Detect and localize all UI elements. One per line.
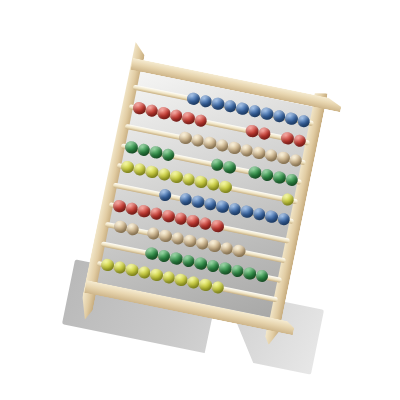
bead-green[interactable] bbox=[255, 269, 270, 284]
bead-green[interactable] bbox=[161, 147, 176, 162]
bead-yellow[interactable] bbox=[132, 162, 147, 177]
bead-green[interactable] bbox=[136, 142, 151, 157]
bead-red[interactable] bbox=[185, 214, 200, 229]
bead-red[interactable] bbox=[173, 211, 188, 226]
bead-green[interactable] bbox=[144, 246, 159, 261]
bead-natural[interactable] bbox=[215, 138, 230, 153]
bead-natural[interactable] bbox=[227, 141, 242, 156]
bead-blue[interactable] bbox=[211, 96, 226, 111]
bead-blue[interactable] bbox=[223, 99, 238, 114]
bead-gap bbox=[224, 288, 274, 299]
bead-green[interactable] bbox=[218, 261, 233, 276]
bead-yellow[interactable] bbox=[120, 160, 135, 175]
bead-natural[interactable] bbox=[158, 229, 173, 244]
bead-blue[interactable] bbox=[215, 199, 230, 214]
bead-blue[interactable] bbox=[186, 91, 201, 106]
bead-natural[interactable] bbox=[232, 244, 247, 259]
bead-red[interactable] bbox=[257, 126, 272, 141]
photo-canvas bbox=[0, 0, 400, 400]
bead-green[interactable] bbox=[124, 140, 139, 155]
bead-natural[interactable] bbox=[264, 148, 279, 163]
bead-blue[interactable] bbox=[158, 188, 173, 203]
bead-yellow[interactable] bbox=[137, 265, 152, 280]
bead-natural[interactable] bbox=[146, 226, 161, 241]
bead-red[interactable] bbox=[132, 101, 147, 116]
bead-blue[interactable] bbox=[252, 207, 267, 222]
bead-natural[interactable] bbox=[170, 231, 185, 246]
bead-blue[interactable] bbox=[203, 197, 218, 212]
bead-yellow[interactable] bbox=[210, 280, 225, 295]
bead-yellow[interactable] bbox=[100, 258, 115, 273]
bead-green[interactable] bbox=[248, 165, 263, 180]
bead-yellow[interactable] bbox=[169, 170, 184, 185]
bead-natural[interactable] bbox=[219, 241, 234, 256]
bead-yellow[interactable] bbox=[157, 167, 172, 182]
bead-yellow[interactable] bbox=[206, 177, 221, 192]
bead-natural[interactable] bbox=[239, 143, 254, 158]
bead-gap bbox=[129, 126, 179, 137]
bead-blue[interactable] bbox=[240, 204, 255, 219]
bead-green[interactable] bbox=[206, 259, 221, 274]
bead-red[interactable] bbox=[136, 204, 151, 219]
board-inner-background bbox=[97, 72, 312, 318]
bead-natural[interactable] bbox=[183, 234, 198, 249]
bead-red[interactable] bbox=[210, 219, 225, 234]
bead-green[interactable] bbox=[181, 254, 196, 269]
bead-natural[interactable] bbox=[190, 133, 205, 148]
abacus-board bbox=[83, 57, 327, 332]
bead-yellow[interactable] bbox=[173, 273, 188, 288]
bead-gap bbox=[231, 188, 281, 199]
bead-yellow[interactable] bbox=[144, 165, 159, 180]
bead-natural[interactable] bbox=[276, 151, 291, 166]
bead-red[interactable] bbox=[144, 103, 159, 118]
bead-red[interactable] bbox=[124, 201, 139, 216]
bead-red[interactable] bbox=[198, 216, 213, 231]
bead-blue[interactable] bbox=[260, 106, 275, 121]
bead-natural[interactable] bbox=[252, 146, 267, 161]
bead-yellow[interactable] bbox=[149, 268, 164, 283]
bead-green[interactable] bbox=[272, 170, 287, 185]
bead-natural[interactable] bbox=[203, 136, 218, 151]
bead-natural[interactable] bbox=[207, 239, 222, 254]
bead-blue[interactable] bbox=[264, 209, 279, 224]
bead-red[interactable] bbox=[280, 131, 295, 146]
bead-red[interactable] bbox=[112, 199, 127, 214]
bead-yellow[interactable] bbox=[112, 260, 127, 275]
bead-green[interactable] bbox=[148, 145, 163, 160]
bead-green[interactable] bbox=[222, 160, 237, 175]
bead-blue[interactable] bbox=[178, 192, 193, 207]
bead-blue[interactable] bbox=[235, 101, 250, 116]
bead-green[interactable] bbox=[210, 157, 225, 172]
bead-red[interactable] bbox=[169, 108, 184, 123]
bead-yellow[interactable] bbox=[198, 278, 213, 293]
bead-natural[interactable] bbox=[113, 219, 128, 234]
bead-red[interactable] bbox=[149, 206, 164, 221]
bead-blue[interactable] bbox=[198, 94, 213, 109]
bead-green[interactable] bbox=[260, 168, 275, 183]
bead-blue[interactable] bbox=[284, 111, 299, 126]
bead-blue[interactable] bbox=[247, 104, 262, 119]
bead-natural[interactable] bbox=[178, 131, 193, 146]
bead-blue[interactable] bbox=[272, 109, 287, 124]
bead-green[interactable] bbox=[193, 256, 208, 271]
bead-yellow[interactable] bbox=[161, 270, 176, 285]
bead-yellow[interactable] bbox=[218, 180, 233, 195]
bead-red[interactable] bbox=[193, 113, 208, 128]
bead-green[interactable] bbox=[242, 266, 257, 281]
bead-natural[interactable] bbox=[125, 222, 140, 237]
bead-green[interactable] bbox=[230, 264, 245, 279]
bead-natural[interactable] bbox=[195, 236, 210, 251]
bead-blue[interactable] bbox=[227, 202, 242, 217]
bead-red[interactable] bbox=[161, 209, 176, 224]
bead-green[interactable] bbox=[169, 251, 184, 266]
bead-yellow[interactable] bbox=[193, 175, 208, 190]
bead-green[interactable] bbox=[157, 249, 172, 264]
bead-yellow[interactable] bbox=[181, 172, 196, 187]
bead-red[interactable] bbox=[245, 124, 260, 139]
bead-blue[interactable] bbox=[191, 194, 206, 209]
bead-yellow[interactable] bbox=[124, 263, 139, 278]
bead-gap bbox=[137, 87, 187, 98]
bead-red[interactable] bbox=[181, 111, 196, 126]
bead-yellow[interactable] bbox=[186, 275, 201, 290]
bead-red[interactable] bbox=[156, 106, 171, 121]
